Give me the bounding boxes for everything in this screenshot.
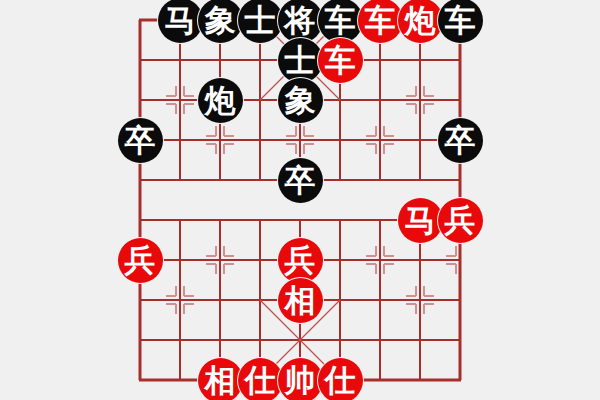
- piece-black-chariot[interactable]: 车: [438, 0, 483, 43]
- piece-red-general[interactable]: 帅: [278, 358, 323, 400]
- piece-red-soldier[interactable]: 兵: [278, 238, 323, 283]
- piece-red-horse[interactable]: 马: [398, 198, 443, 243]
- xiangqi-board: 马象士将车车炮车士车炮象卒卒卒马兵兵兵相相仕帅仕: [0, 0, 600, 400]
- piece-red-chariot[interactable]: 车: [318, 38, 363, 83]
- piece-red-advisor[interactable]: 仕: [318, 358, 363, 400]
- piece-red-chariot[interactable]: 车: [358, 0, 403, 43]
- piece-black-advisor[interactable]: 士: [278, 38, 323, 83]
- piece-black-cannon[interactable]: 炮: [198, 78, 243, 123]
- piece-black-general[interactable]: 将: [278, 0, 323, 43]
- piece-red-soldier[interactable]: 兵: [118, 238, 163, 283]
- piece-black-soldier[interactable]: 卒: [438, 118, 483, 163]
- piece-red-soldier[interactable]: 兵: [438, 198, 483, 243]
- piece-black-elephant[interactable]: 象: [278, 78, 323, 123]
- piece-black-chariot[interactable]: 车: [318, 0, 363, 43]
- piece-black-elephant[interactable]: 象: [198, 0, 243, 43]
- piece-red-advisor[interactable]: 仕: [238, 358, 283, 400]
- piece-black-soldier[interactable]: 卒: [118, 118, 163, 163]
- piece-red-cannon[interactable]: 炮: [398, 0, 443, 43]
- piece-red-elephant[interactable]: 相: [198, 358, 243, 400]
- piece-black-soldier[interactable]: 卒: [278, 158, 323, 203]
- board-grid: 马象士将车车炮车士车炮象卒卒卒马兵兵兵相相仕帅仕: [120, 0, 480, 400]
- piece-black-advisor[interactable]: 士: [238, 0, 283, 43]
- piece-red-elephant[interactable]: 相: [278, 278, 323, 323]
- piece-black-horse[interactable]: 马: [158, 0, 203, 43]
